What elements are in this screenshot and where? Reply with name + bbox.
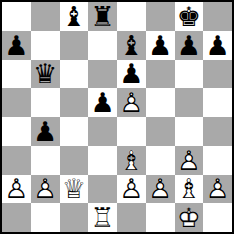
square-d1[interactable]: ♜♖ — [88, 203, 117, 232]
square-f7[interactable]: ♟ — [146, 31, 175, 60]
square-a3[interactable] — [2, 146, 31, 175]
black-pawn-piece[interactable]: ♟ — [2, 31, 31, 60]
white-queen-glyph-outline: ♕ — [60, 175, 89, 204]
black-rook-piece[interactable]: ♜ — [88, 2, 117, 31]
black-queen-glyph-fill: ♛ — [31, 60, 60, 89]
square-d5[interactable]: ♟ — [88, 88, 117, 117]
white-pawn-glyph-outline: ♙ — [117, 88, 146, 117]
square-g1[interactable]: ♚♔ — [175, 203, 204, 232]
white-king-piece[interactable]: ♚♔ — [175, 203, 204, 232]
square-e2[interactable]: ♟♙ — [117, 175, 146, 204]
white-queen-piece[interactable]: ♛♕ — [60, 175, 89, 204]
square-e4[interactable] — [117, 117, 146, 146]
white-pawn-glyph-outline: ♙ — [175, 146, 204, 175]
black-bishop-piece[interactable]: ♝ — [117, 31, 146, 60]
black-pawn-piece[interactable]: ♟ — [175, 31, 204, 60]
white-rook-glyph-outline: ♖ — [88, 203, 117, 232]
square-b3[interactable] — [31, 146, 60, 175]
white-pawn-piece[interactable]: ♟♙ — [31, 175, 60, 204]
square-f2[interactable]: ♟♙ — [146, 175, 175, 204]
square-c5[interactable] — [60, 88, 89, 117]
square-h1[interactable] — [203, 203, 232, 232]
square-g3[interactable]: ♟♙ — [175, 146, 204, 175]
square-e6[interactable]: ♟ — [117, 60, 146, 89]
square-b7[interactable] — [31, 31, 60, 60]
square-h4[interactable] — [203, 117, 232, 146]
black-pawn-piece[interactable]: ♟ — [88, 88, 117, 117]
square-a5[interactable] — [2, 88, 31, 117]
square-b8[interactable] — [31, 2, 60, 31]
square-h6[interactable] — [203, 60, 232, 89]
square-d4[interactable] — [88, 117, 117, 146]
chess-board-window: ♝♜♚♟♝♟♟♟♛♟♟♟♙♟♝♗♟♙♟♙♟♙♛♕♟♙♟♙♝♗♟♙♜♖♚♔ — [0, 0, 234, 234]
square-h5[interactable] — [203, 88, 232, 117]
square-c6[interactable] — [60, 60, 89, 89]
square-e8[interactable] — [117, 2, 146, 31]
chess-board: ♝♜♚♟♝♟♟♟♛♟♟♟♙♟♝♗♟♙♟♙♟♙♛♕♟♙♟♙♝♗♟♙♜♖♚♔ — [0, 0, 234, 234]
square-d3[interactable] — [88, 146, 117, 175]
square-b5[interactable] — [31, 88, 60, 117]
black-pawn-piece[interactable]: ♟ — [146, 31, 175, 60]
square-d8[interactable]: ♜ — [88, 2, 117, 31]
square-g6[interactable] — [175, 60, 204, 89]
black-bishop-glyph-fill: ♝ — [60, 2, 89, 31]
square-b4[interactable]: ♟ — [31, 117, 60, 146]
square-c2[interactable]: ♛♕ — [60, 175, 89, 204]
square-a8[interactable] — [2, 2, 31, 31]
black-king-piece[interactable]: ♚ — [175, 2, 204, 31]
white-pawn-glyph-outline: ♙ — [203, 175, 232, 204]
white-pawn-piece[interactable]: ♟♙ — [117, 88, 146, 117]
square-g8[interactable]: ♚ — [175, 2, 204, 31]
square-c1[interactable] — [60, 203, 89, 232]
square-b1[interactable] — [31, 203, 60, 232]
square-a6[interactable] — [2, 60, 31, 89]
square-f6[interactable] — [146, 60, 175, 89]
white-pawn-glyph-outline: ♙ — [2, 175, 31, 204]
black-bishop-piece[interactable]: ♝ — [60, 2, 89, 31]
square-f8[interactable] — [146, 2, 175, 31]
square-c3[interactable] — [60, 146, 89, 175]
white-pawn-piece[interactable]: ♟♙ — [203, 175, 232, 204]
black-pawn-piece[interactable]: ♟ — [31, 117, 60, 146]
square-h2[interactable]: ♟♙ — [203, 175, 232, 204]
square-h3[interactable] — [203, 146, 232, 175]
black-pawn-glyph-fill: ♟ — [175, 31, 204, 60]
white-pawn-glyph-outline: ♙ — [146, 175, 175, 204]
square-a4[interactable] — [2, 117, 31, 146]
square-d7[interactable] — [88, 31, 117, 60]
square-e3[interactable]: ♝♗ — [117, 146, 146, 175]
square-c8[interactable]: ♝ — [60, 2, 89, 31]
black-bishop-glyph-fill: ♝ — [117, 31, 146, 60]
square-g2[interactable]: ♝♗ — [175, 175, 204, 204]
black-pawn-piece[interactable]: ♟ — [117, 60, 146, 89]
square-b2[interactable]: ♟♙ — [31, 175, 60, 204]
black-queen-piece[interactable]: ♛ — [31, 60, 60, 89]
white-pawn-glyph-outline: ♙ — [117, 175, 146, 204]
black-pawn-glyph-fill: ♟ — [2, 31, 31, 60]
black-pawn-piece[interactable]: ♟ — [203, 31, 232, 60]
square-g7[interactable]: ♟ — [175, 31, 204, 60]
black-pawn-glyph-fill: ♟ — [88, 88, 117, 117]
square-d2[interactable] — [88, 175, 117, 204]
square-e1[interactable] — [117, 203, 146, 232]
white-king-glyph-outline: ♔ — [175, 203, 204, 232]
black-pawn-glyph-fill: ♟ — [31, 117, 60, 146]
square-h8[interactable] — [203, 2, 232, 31]
white-bishop-piece[interactable]: ♝♗ — [117, 146, 146, 175]
square-e7[interactable]: ♝ — [117, 31, 146, 60]
black-king-glyph-fill: ♚ — [175, 2, 204, 31]
square-d6[interactable] — [88, 60, 117, 89]
square-a2[interactable]: ♟♙ — [2, 175, 31, 204]
black-pawn-glyph-fill: ♟ — [146, 31, 175, 60]
white-rook-piece[interactable]: ♜♖ — [88, 203, 117, 232]
white-pawn-piece[interactable]: ♟♙ — [175, 146, 204, 175]
square-g5[interactable] — [175, 88, 204, 117]
black-pawn-glyph-fill: ♟ — [117, 60, 146, 89]
square-f4[interactable] — [146, 117, 175, 146]
white-pawn-piece[interactable]: ♟♙ — [2, 175, 31, 204]
white-pawn-piece[interactable]: ♟♙ — [117, 175, 146, 204]
white-bishop-glyph-outline: ♗ — [175, 175, 204, 204]
square-a7[interactable]: ♟ — [2, 31, 31, 60]
square-c7[interactable] — [60, 31, 89, 60]
square-a1[interactable] — [2, 203, 31, 232]
white-bishop-piece[interactable]: ♝♗ — [175, 175, 204, 204]
square-b6[interactable]: ♛ — [31, 60, 60, 89]
square-f3[interactable] — [146, 146, 175, 175]
black-pawn-glyph-fill: ♟ — [203, 31, 232, 60]
white-pawn-glyph-outline: ♙ — [31, 175, 60, 204]
square-f1[interactable] — [146, 203, 175, 232]
black-rook-glyph-fill: ♜ — [88, 2, 117, 31]
white-bishop-glyph-outline: ♗ — [117, 146, 146, 175]
white-pawn-piece[interactable]: ♟♙ — [146, 175, 175, 204]
square-f5[interactable] — [146, 88, 175, 117]
square-c4[interactable] — [60, 117, 89, 146]
square-h7[interactable]: ♟ — [203, 31, 232, 60]
square-g4[interactable] — [175, 117, 204, 146]
square-e5[interactable]: ♟♙ — [117, 88, 146, 117]
